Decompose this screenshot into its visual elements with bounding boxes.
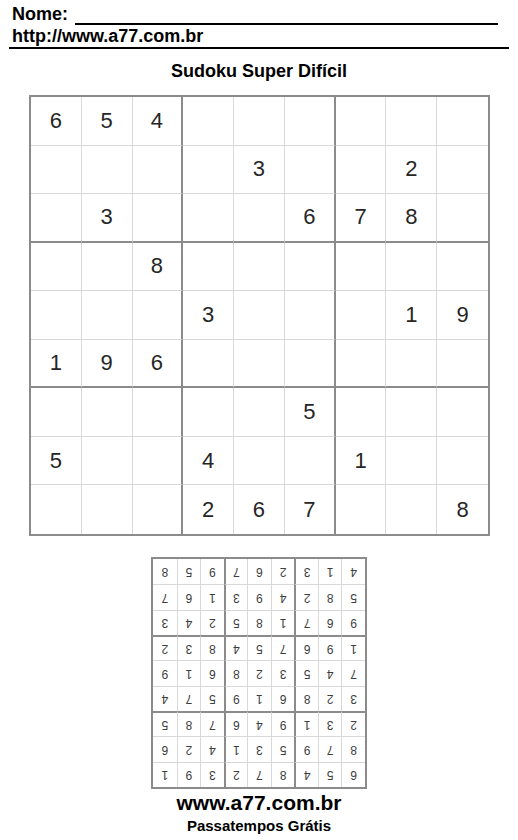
solution-cell-r7c4: 1	[271, 610, 295, 635]
solution-cell-r2c3: 9	[294, 736, 318, 761]
solution-cell-r7c2: 6	[318, 610, 342, 635]
puzzle-cell-r3c4	[183, 194, 234, 243]
puzzle-cell-r6c9	[437, 340, 488, 389]
puzzle-cell-r8c6	[285, 437, 336, 486]
solution-cell-r6c1: 1	[341, 635, 365, 660]
solution-cell-r9c6: 7	[224, 559, 248, 584]
solution-cell-r2c1: 8	[341, 736, 365, 761]
solution-cell-r4c8: 7	[177, 686, 201, 711]
puzzle-cell-r9c1	[31, 485, 82, 534]
solution-cell-r8c8: 6	[177, 584, 201, 609]
solution-cell-r1c4: 8	[271, 762, 295, 787]
solution-cell-r1c5: 7	[247, 762, 271, 787]
solution-cell-r3c2: 3	[318, 711, 342, 736]
solution-cell-r2c5: 3	[247, 736, 271, 761]
solution-cell-r9c9: 8	[153, 559, 177, 584]
puzzle-cell-r3c5	[234, 194, 285, 243]
puzzle-cell-r8c8	[386, 437, 437, 486]
puzzle-cell-r6c3: 6	[133, 340, 184, 389]
puzzle-cell-r5c5	[234, 291, 285, 340]
solution-cell-r2c6: 1	[224, 736, 248, 761]
solution-cell-r6c2: 9	[318, 635, 342, 660]
puzzle-cell-r8c3	[133, 437, 184, 486]
solution-cell-r6c4: 7	[271, 635, 295, 660]
solution-cell-r9c1: 4	[341, 559, 365, 584]
puzzle-cell-r7c9	[437, 388, 488, 437]
solution-cell-r4c2: 2	[318, 686, 342, 711]
solution-cell-r5c2: 4	[318, 660, 342, 685]
solution-cell-r6c9: 2	[153, 635, 177, 660]
puzzle-cell-r7c5	[234, 388, 285, 437]
name-label: Nome:	[12, 4, 68, 25]
puzzle-cell-r2c6	[285, 146, 336, 195]
page-title: Sudoku Super Difícil	[0, 61, 518, 82]
solution-cell-r3c5: 4	[247, 711, 271, 736]
footer-tagline: Passatempos Grátis	[0, 817, 518, 834]
solution-cell-r4c1: 3	[341, 686, 365, 711]
solution-cell-r7c7: 2	[200, 610, 224, 635]
puzzle-cell-r6c4	[183, 340, 234, 389]
puzzle-cell-r8c9	[437, 437, 488, 486]
puzzle-cell-r6c8	[386, 340, 437, 389]
solution-cell-r8c4: 4	[271, 584, 295, 609]
puzzle-cell-r4c1	[31, 243, 82, 292]
solution-cell-r2c8: 2	[177, 736, 201, 761]
solution-cell-r8c2: 8	[318, 584, 342, 609]
puzzle-cell-r9c9: 8	[437, 485, 488, 534]
puzzle-cell-r3c1	[31, 194, 82, 243]
header-divider	[9, 47, 509, 49]
puzzle-cell-r4c8	[386, 243, 437, 292]
puzzle-cell-r7c4	[183, 388, 234, 437]
solution-cell-r9c4: 2	[271, 559, 295, 584]
solution-cell-r4c6: 9	[224, 686, 248, 711]
puzzle-cell-r3c3	[133, 194, 184, 243]
puzzle-cell-r6c1: 1	[31, 340, 82, 389]
puzzle-cell-r7c2	[82, 388, 133, 437]
solution-cell-r7c8: 4	[177, 610, 201, 635]
name-row: Nome:	[12, 4, 498, 25]
solution-cell-r7c9: 3	[153, 610, 177, 635]
puzzle-cell-r1c1: 6	[31, 97, 82, 146]
puzzle-cell-r2c5: 3	[234, 146, 285, 195]
puzzle-cell-r1c8	[386, 97, 437, 146]
solution-cell-r1c2: 5	[318, 762, 342, 787]
puzzle-cell-r5c8: 1	[386, 291, 437, 340]
solution-cell-r8c1: 5	[341, 584, 365, 609]
puzzle-cell-r6c7	[336, 340, 387, 389]
solution-cell-r3c3: 1	[294, 711, 318, 736]
puzzle-cell-r5c4: 3	[183, 291, 234, 340]
solution-cell-r6c7: 8	[200, 635, 224, 660]
puzzle-cell-r5c2	[82, 291, 133, 340]
solution-cell-r3c1: 2	[341, 711, 365, 736]
puzzle-cell-r6c6	[285, 340, 336, 389]
puzzle-cell-r8c2	[82, 437, 133, 486]
puzzle-cell-r9c4: 2	[183, 485, 234, 534]
puzzle-cell-r2c7	[336, 146, 387, 195]
site-url: http://www.a77.com.br	[12, 26, 203, 47]
solution-cell-r7c3: 7	[294, 610, 318, 635]
solution-cell-r2c4: 5	[271, 736, 295, 761]
solution-cell-r9c2: 1	[318, 559, 342, 584]
puzzle-cell-r6c5	[234, 340, 285, 389]
puzzle-cell-r8c7: 1	[336, 437, 387, 486]
puzzle-cell-r5c3	[133, 291, 184, 340]
puzzle-cell-r1c5	[234, 97, 285, 146]
solution-cell-r4c5: 1	[247, 686, 271, 711]
puzzle-cell-r1c9	[437, 97, 488, 146]
solution-cell-r3c7: 7	[200, 711, 224, 736]
solution-cell-r5c8: 1	[177, 660, 201, 685]
name-fill-line	[75, 8, 498, 25]
puzzle-cell-r7c8	[386, 388, 437, 437]
puzzle-cell-r8c4: 4	[183, 437, 234, 486]
solution-cell-r8c6: 3	[224, 584, 248, 609]
solution-cell-r9c5: 6	[247, 559, 271, 584]
solution-cell-r5c9: 9	[153, 660, 177, 685]
puzzle-cell-r4c4	[183, 243, 234, 292]
solution-cell-r5c3: 5	[294, 660, 318, 685]
puzzle-cell-r9c3	[133, 485, 184, 534]
solution-grid: 6548723918795314262319467853286195747453…	[151, 557, 367, 789]
puzzle-cell-r2c3	[133, 146, 184, 195]
puzzle-cell-r9c8	[386, 485, 437, 534]
solution-cell-r5c4: 3	[271, 660, 295, 685]
puzzle-cell-r6c2: 9	[82, 340, 133, 389]
puzzle-cell-r4c5	[234, 243, 285, 292]
puzzle-cell-r3c2: 3	[82, 194, 133, 243]
solution-cell-r7c1: 9	[341, 610, 365, 635]
solution-cell-r4c9: 4	[153, 686, 177, 711]
puzzle-cell-r3c8: 8	[386, 194, 437, 243]
puzzle-grid: 654323678831919655412678	[29, 95, 490, 536]
puzzle-cell-r2c1	[31, 146, 82, 195]
solution-cell-r8c3: 2	[294, 584, 318, 609]
solution-cell-r6c8: 3	[177, 635, 201, 660]
puzzle-cell-r1c4	[183, 97, 234, 146]
puzzle-cell-r4c9	[437, 243, 488, 292]
solution-cell-r8c7: 1	[200, 584, 224, 609]
puzzle-cell-r2c4	[183, 146, 234, 195]
puzzle-cell-r4c7	[336, 243, 387, 292]
solution-cell-r5c5: 2	[247, 660, 271, 685]
solution-cell-r3c6: 6	[224, 711, 248, 736]
puzzle-cell-r1c2: 5	[82, 97, 133, 146]
puzzle-cell-r9c5: 6	[234, 485, 285, 534]
puzzle-cell-r2c2	[82, 146, 133, 195]
solution-cell-r1c7: 3	[200, 762, 224, 787]
puzzle-cell-r5c1	[31, 291, 82, 340]
solution-cell-r1c1: 6	[341, 762, 365, 787]
puzzle-cell-r9c7	[336, 485, 387, 534]
solution-cell-r8c5: 9	[247, 584, 271, 609]
solution-cell-r9c7: 9	[200, 559, 224, 584]
puzzle-cell-r1c6	[285, 97, 336, 146]
solution-cell-r2c2: 7	[318, 736, 342, 761]
solution-cell-r2c7: 4	[200, 736, 224, 761]
puzzle-cell-r7c6: 5	[285, 388, 336, 437]
puzzle-cell-r3c9	[437, 194, 488, 243]
puzzle-cell-r4c3: 8	[133, 243, 184, 292]
puzzle-cell-r9c6: 7	[285, 485, 336, 534]
puzzle-cell-r9c2	[82, 485, 133, 534]
puzzle-cell-r3c7: 7	[336, 194, 387, 243]
puzzle-cell-r1c3: 4	[133, 97, 184, 146]
solution-cell-r7c5: 8	[247, 610, 271, 635]
solution-cell-r1c9: 1	[153, 762, 177, 787]
solution-cell-r6c3: 6	[294, 635, 318, 660]
puzzle-cell-r5c7	[336, 291, 387, 340]
solution-cell-r9c3: 3	[294, 559, 318, 584]
footer-site: www.a77.com.br	[0, 791, 518, 815]
puzzle-cell-r7c1	[31, 388, 82, 437]
solution-cell-r9c8: 5	[177, 559, 201, 584]
solution-cell-r6c5: 5	[247, 635, 271, 660]
puzzle-cell-r7c3	[133, 388, 184, 437]
puzzle-cell-r1c7	[336, 97, 387, 146]
puzzle-cell-r5c6	[285, 291, 336, 340]
puzzle-cell-r4c2	[82, 243, 133, 292]
puzzle-cell-r8c1: 5	[31, 437, 82, 486]
solution-cell-r5c6: 8	[224, 660, 248, 685]
solution-cell-r3c9: 5	[153, 711, 177, 736]
solution-cell-r4c3: 8	[294, 686, 318, 711]
solution-cell-r3c8: 8	[177, 711, 201, 736]
solution-cell-r3c4: 9	[271, 711, 295, 736]
solution-cell-r4c4: 6	[271, 686, 295, 711]
solution-cell-r7c6: 5	[224, 610, 248, 635]
solution-cell-r8c9: 7	[153, 584, 177, 609]
puzzle-cell-r5c9: 9	[437, 291, 488, 340]
solution-cell-r5c1: 7	[341, 660, 365, 685]
solution-cell-r4c7: 5	[200, 686, 224, 711]
puzzle-cell-r3c6: 6	[285, 194, 336, 243]
solution-cell-r1c6: 2	[224, 762, 248, 787]
puzzle-cell-r7c7	[336, 388, 387, 437]
puzzle-cell-r2c8: 2	[386, 146, 437, 195]
solution-cell-r1c8: 9	[177, 762, 201, 787]
solution-cell-r2c9: 6	[153, 736, 177, 761]
puzzle-cell-r8c5	[234, 437, 285, 486]
solution-cell-r5c7: 6	[200, 660, 224, 685]
puzzle-cell-r2c9	[437, 146, 488, 195]
solution-cell-r1c3: 4	[294, 762, 318, 787]
solution-cell-r6c6: 4	[224, 635, 248, 660]
puzzle-cell-r4c6	[285, 243, 336, 292]
